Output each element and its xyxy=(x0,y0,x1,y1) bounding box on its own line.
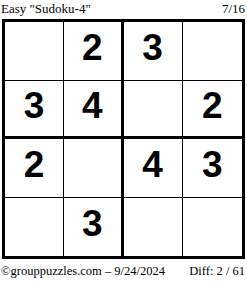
puzzle-header: Easy "Sudoku-4" 7/16 xyxy=(0,0,247,19)
given-digit: 4 xyxy=(82,87,103,124)
cell-r4c2[interactable]: 3 xyxy=(64,198,123,257)
cell-r1c2[interactable]: 2 xyxy=(64,22,123,81)
cell-r4c1[interactable] xyxy=(5,198,64,257)
cell-r1c4[interactable] xyxy=(183,22,242,81)
cell-r2c1[interactable]: 3 xyxy=(5,81,64,140)
cell-r3c3[interactable]: 4 xyxy=(124,139,183,198)
sudoku-grid: 233422433 xyxy=(2,19,245,259)
sudoku-page: { "game": "sudoku-4x4", "position": ".23… xyxy=(0,0,247,282)
puzzle-title: Easy "Sudoku-4" xyxy=(1,1,91,16)
given-digit: 2 xyxy=(202,87,223,124)
puzzle-footer: ©grouppuzzles.com – 9/24/2024 Diff: 2 / … xyxy=(0,259,247,279)
cell-r3c1[interactable]: 2 xyxy=(5,139,64,198)
cell-r1c3[interactable]: 3 xyxy=(124,22,183,81)
cell-r1c1[interactable] xyxy=(5,22,64,81)
given-digit: 2 xyxy=(24,146,45,183)
given-digit: 4 xyxy=(142,146,163,183)
cell-r2c3[interactable] xyxy=(124,81,183,140)
copyright-text: ©grouppuzzles.com – 9/24/2024 xyxy=(1,264,165,279)
given-digit: 3 xyxy=(24,87,45,124)
given-digit: 3 xyxy=(82,205,103,242)
given-digit: 2 xyxy=(82,29,103,66)
givens-counter: 7/16 xyxy=(222,1,245,16)
given-digit: 3 xyxy=(202,146,223,183)
cell-r4c3[interactable] xyxy=(124,198,183,257)
difficulty-label: Diff: 2 / 61 xyxy=(189,264,245,279)
cell-r2c2[interactable]: 4 xyxy=(64,81,123,140)
cell-r4c4[interactable] xyxy=(183,198,242,257)
cell-r2c4[interactable]: 2 xyxy=(183,81,242,140)
given-digit: 3 xyxy=(142,29,163,66)
cell-r3c2[interactable] xyxy=(64,139,123,198)
cell-r3c4[interactable]: 3 xyxy=(183,139,242,198)
